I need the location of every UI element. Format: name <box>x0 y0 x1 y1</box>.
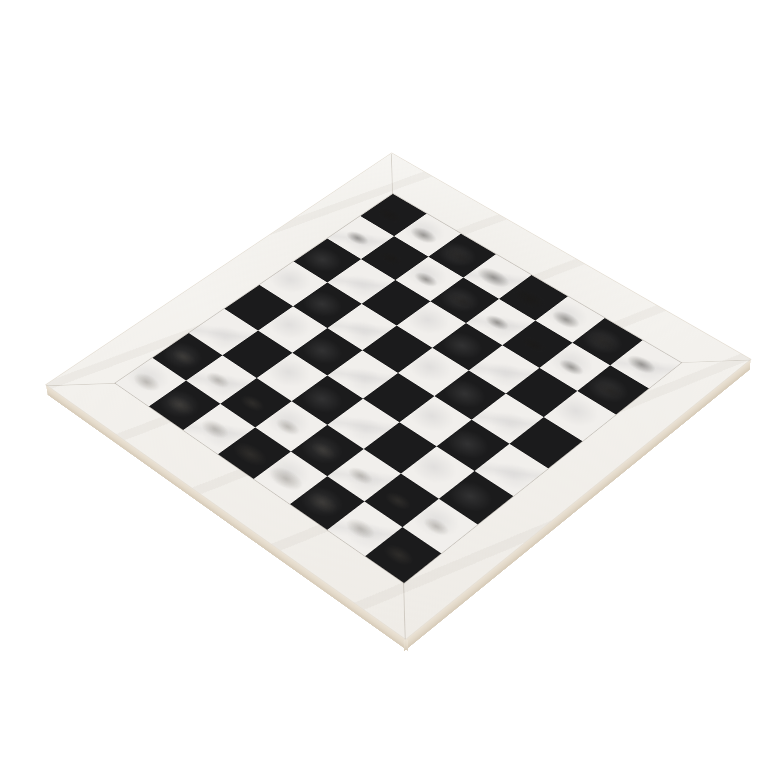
frame-miter-near <box>403 582 406 640</box>
pieces-layer: ♜♞♝♛♚♝♞♜♟♟♟♟♟♟♟♟♟♟♟♟♟♟♟♟♜♞♝♛♚♝♞♜ <box>115 194 681 583</box>
black-pawn-glyph: ♟ <box>575 300 647 398</box>
white-rook[interactable]: ♜ <box>365 527 441 583</box>
white-rook-glyph: ♜ <box>349 427 452 566</box>
chessboard: ♜♞♝♛♚♝♞♜♟♟♟♟♟♟♟♟♟♟♟♟♟♟♟♟♜♞♝♛♚♝♞♜ <box>45 152 752 640</box>
board-3d-space: ♜♞♝♛♚♝♞♜♟♟♟♟♟♟♟♟♟♟♟♟♟♟♟♟♜♞♝♛♚♝♞♜ <box>0 0 767 767</box>
marble-chess-set-photo: ♜♞♝♛♚♝♞♜♟♟♟♟♟♟♟♟♟♟♟♟♟♟♟♟♜♞♝♛♚♝♞♜ <box>0 0 767 767</box>
black-pawn[interactable]: ♟ <box>577 365 648 414</box>
